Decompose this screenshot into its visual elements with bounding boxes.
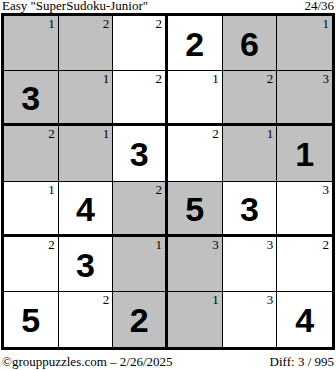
cell-r1c3[interactable]: 2 bbox=[113, 16, 168, 71]
corner-number: 3 bbox=[323, 182, 330, 197]
corner-number: 2 bbox=[156, 71, 163, 86]
cell-r5c3[interactable]: 1 bbox=[113, 237, 168, 292]
cell-r1c4: 2 bbox=[168, 16, 223, 71]
given-digit: 3 bbox=[76, 246, 95, 282]
cell-r6c5[interactable]: 3 bbox=[223, 292, 278, 347]
corner-number: 3 bbox=[267, 292, 274, 307]
corner-number: 1 bbox=[48, 16, 55, 31]
corner-number: 2 bbox=[103, 292, 110, 307]
sudoku-board: 122261312123213211142533231332522134 bbox=[1, 13, 335, 350]
given-digit: 3 bbox=[21, 79, 40, 115]
cell-r1c1[interactable]: 1 bbox=[4, 16, 59, 71]
corner-number: 2 bbox=[48, 237, 55, 252]
given-digit: 5 bbox=[185, 190, 204, 226]
cell-r4c6[interactable]: 3 bbox=[277, 182, 332, 237]
corner-number: 1 bbox=[212, 71, 219, 86]
copyright-date: ©grouppuzzles.com – 2/26/2025 bbox=[2, 354, 173, 369]
corner-number: 2 bbox=[156, 16, 163, 31]
cell-r1c2[interactable]: 2 bbox=[59, 16, 114, 71]
given-digit: 5 bbox=[21, 301, 40, 337]
corner-number: 2 bbox=[48, 126, 55, 141]
cell-r5c5[interactable]: 3 bbox=[223, 237, 278, 292]
footer: ©grouppuzzles.com – 2/26/2025 Diff: 3 / … bbox=[2, 354, 334, 369]
cell-r3c6: 1 bbox=[277, 126, 332, 181]
cell-r3c3: 3 bbox=[113, 126, 168, 181]
cell-r2c2[interactable]: 1 bbox=[59, 71, 114, 126]
cell-r6c4[interactable]: 1 bbox=[168, 292, 223, 347]
given-digit: 2 bbox=[130, 301, 149, 337]
cell-r4c1[interactable]: 1 bbox=[4, 182, 59, 237]
cell-r3c5[interactable]: 1 bbox=[223, 126, 278, 181]
cell-r6c2[interactable]: 2 bbox=[59, 292, 114, 347]
given-digit: 4 bbox=[76, 190, 95, 226]
corner-number: 3 bbox=[267, 237, 274, 252]
corner-number: 2 bbox=[267, 71, 274, 86]
puzzle-title: Easy "SuperSudoku-Junior" bbox=[2, 0, 148, 13]
given-digit: 3 bbox=[240, 190, 259, 226]
corner-number: 2 bbox=[323, 237, 330, 252]
corner-number: 1 bbox=[323, 16, 330, 31]
given-digit: 4 bbox=[295, 301, 314, 337]
cell-r6c1: 5 bbox=[4, 292, 59, 347]
cell-r5c2: 3 bbox=[59, 237, 114, 292]
cell-r5c4[interactable]: 3 bbox=[168, 237, 223, 292]
given-digit: 6 bbox=[240, 25, 259, 61]
progress-counter: 24/36 bbox=[304, 0, 334, 13]
given-digit: 3 bbox=[130, 135, 149, 171]
cell-r4c2: 4 bbox=[59, 182, 114, 237]
cell-r3c4[interactable]: 2 bbox=[168, 126, 223, 181]
cell-r6c3: 2 bbox=[113, 292, 168, 347]
corner-number: 1 bbox=[48, 182, 55, 197]
cell-r3c1[interactable]: 2 bbox=[4, 126, 59, 181]
cell-r2c1: 3 bbox=[4, 71, 59, 126]
corner-number: 1 bbox=[267, 126, 274, 141]
cell-r1c5: 6 bbox=[223, 16, 278, 71]
cell-r4c3[interactable]: 2 bbox=[113, 182, 168, 237]
cell-r1c6[interactable]: 1 bbox=[277, 16, 332, 71]
cell-r6c6: 4 bbox=[277, 292, 332, 347]
cell-r2c6[interactable]: 3 bbox=[277, 71, 332, 126]
given-digit: 1 bbox=[295, 135, 314, 171]
corner-number: 3 bbox=[212, 237, 219, 252]
corner-number: 2 bbox=[103, 16, 110, 31]
cell-r4c4: 5 bbox=[168, 182, 223, 237]
corner-number: 2 bbox=[212, 126, 219, 141]
corner-number: 1 bbox=[156, 237, 163, 252]
corner-number: 1 bbox=[103, 71, 110, 86]
corner-number: 3 bbox=[323, 71, 330, 86]
corner-number: 1 bbox=[103, 126, 110, 141]
cell-r5c1[interactable]: 2 bbox=[4, 237, 59, 292]
cell-r5c6[interactable]: 2 bbox=[277, 237, 332, 292]
header: Easy "SuperSudoku-Junior" 24/36 bbox=[2, 0, 334, 13]
cell-r2c4[interactable]: 1 bbox=[168, 71, 223, 126]
corner-number: 1 bbox=[212, 292, 219, 307]
given-digit: 2 bbox=[185, 25, 204, 61]
cell-r2c5[interactable]: 2 bbox=[223, 71, 278, 126]
corner-number: 2 bbox=[156, 182, 163, 197]
cell-r4c5: 3 bbox=[223, 182, 278, 237]
difficulty-rating: Diff: 3 / 995 bbox=[270, 354, 334, 369]
cell-r3c2[interactable]: 1 bbox=[59, 126, 114, 181]
cell-r2c3[interactable]: 2 bbox=[113, 71, 168, 126]
